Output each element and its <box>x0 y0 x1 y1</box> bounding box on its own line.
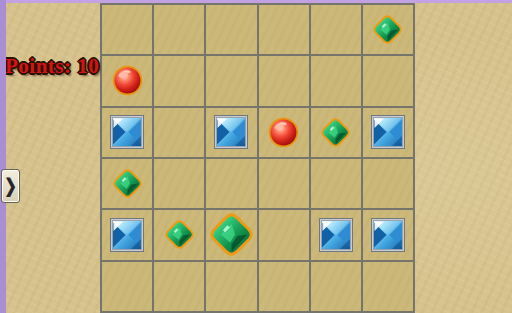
board-cell[interactable] <box>259 108 309 157</box>
board-cell <box>154 108 204 157</box>
gem-blue[interactable] <box>371 115 405 149</box>
board-cell <box>206 159 256 208</box>
board-cell[interactable] <box>102 210 152 259</box>
board-cell <box>102 5 152 54</box>
board-cell <box>363 262 413 311</box>
board-cell <box>311 159 361 208</box>
board-cell <box>206 262 256 311</box>
sidebar-expand-button[interactable]: ❯ <box>1 169 20 203</box>
gem-green[interactable] <box>373 15 402 44</box>
board-cell <box>311 5 361 54</box>
board-cell[interactable] <box>102 108 152 157</box>
board-cell[interactable] <box>206 210 256 259</box>
board-cell <box>154 5 204 54</box>
board-cell[interactable] <box>102 56 152 105</box>
game-board <box>100 3 415 313</box>
game-window: Points: 10 ❯ <box>0 0 512 313</box>
board-cell[interactable] <box>102 159 152 208</box>
board-cell <box>311 56 361 105</box>
gem-blue[interactable] <box>110 115 144 149</box>
gem-blue[interactable] <box>319 218 353 252</box>
board-cell <box>206 56 256 105</box>
board-cell[interactable] <box>311 108 361 157</box>
board-cell <box>363 56 413 105</box>
board-cell <box>154 262 204 311</box>
gem-green[interactable] <box>113 169 142 198</box>
board-cell[interactable] <box>311 210 361 259</box>
board-cell[interactable] <box>363 210 413 259</box>
gem-green[interactable] <box>165 220 194 249</box>
board-cell <box>259 210 309 259</box>
gem-blue[interactable] <box>110 218 144 252</box>
board-cell <box>154 56 204 105</box>
board-cell[interactable] <box>363 108 413 157</box>
window-left-border <box>0 0 6 313</box>
board-cell[interactable] <box>363 5 413 54</box>
board-cell <box>259 56 309 105</box>
gem-green-large[interactable] <box>210 213 253 256</box>
gem-red[interactable] <box>112 65 143 96</box>
board-cell <box>363 159 413 208</box>
board-cell <box>311 262 361 311</box>
board-cell[interactable] <box>206 108 256 157</box>
chevron-right-icon: ❯ <box>4 175 17 198</box>
window-top-border <box>0 0 512 3</box>
board-cell <box>259 159 309 208</box>
board-cell <box>259 262 309 311</box>
gem-blue[interactable] <box>214 115 248 149</box>
board-cell <box>102 262 152 311</box>
board-cell[interactable] <box>154 210 204 259</box>
board-cell <box>206 5 256 54</box>
gem-green[interactable] <box>321 118 350 147</box>
gem-blue[interactable] <box>371 218 405 252</box>
board-cell <box>154 159 204 208</box>
board-cell <box>259 5 309 54</box>
gem-red[interactable] <box>268 117 299 148</box>
points-display: Points: 10 <box>5 54 99 79</box>
